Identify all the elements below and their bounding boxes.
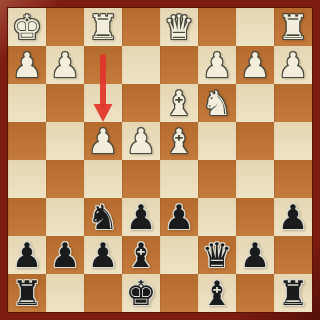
black-pawn-f7[interactable]: ♟: [88, 236, 118, 274]
square-c2[interactable]: ♟: [198, 46, 236, 84]
square-g8[interactable]: [46, 274, 84, 312]
square-g1[interactable]: [46, 8, 84, 46]
black-pawn-b7[interactable]: ♟: [240, 236, 270, 274]
square-g6[interactable]: [46, 198, 84, 236]
square-d8[interactable]: [160, 274, 198, 312]
white-bishop-d3[interactable]: ♝: [164, 84, 194, 122]
square-g2[interactable]: ♟: [46, 46, 84, 84]
white-queen-d1[interactable]: ♛: [164, 8, 194, 46]
square-g4[interactable]: [46, 122, 84, 160]
square-h2[interactable]: ♟: [8, 46, 46, 84]
square-h1[interactable]: ♚: [8, 8, 46, 46]
square-d2[interactable]: [160, 46, 198, 84]
square-h3[interactable]: [8, 84, 46, 122]
square-d3[interactable]: ♝: [160, 84, 198, 122]
square-f4[interactable]: ♟: [84, 122, 122, 160]
square-h8[interactable]: ♜: [8, 274, 46, 312]
board-frame: ♚♜♛♜♟♟♟♟♟♝♞♟♟♝♞♟♟♟♟♟♟♝♛♟♜♚♝♜: [0, 0, 320, 320]
square-a2[interactable]: ♟: [274, 46, 312, 84]
black-pawn-d6[interactable]: ♟: [164, 198, 194, 236]
square-h5[interactable]: [8, 160, 46, 198]
square-a3[interactable]: [274, 84, 312, 122]
white-pawn-h2[interactable]: ♟: [12, 46, 42, 84]
square-b6[interactable]: [236, 198, 274, 236]
white-pawn-a2[interactable]: ♟: [278, 46, 308, 84]
square-e1[interactable]: [122, 8, 160, 46]
square-f8[interactable]: [84, 274, 122, 312]
square-b4[interactable]: [236, 122, 274, 160]
square-c4[interactable]: [198, 122, 236, 160]
black-pawn-g7[interactable]: ♟: [50, 236, 80, 274]
square-e7[interactable]: ♝: [122, 236, 160, 274]
square-h6[interactable]: [8, 198, 46, 236]
square-e5[interactable]: [122, 160, 160, 198]
white-king-h1[interactable]: ♚: [12, 8, 42, 46]
square-a5[interactable]: [274, 160, 312, 198]
white-bishop-d4[interactable]: ♝: [164, 122, 194, 160]
square-a4[interactable]: [274, 122, 312, 160]
black-pawn-a6[interactable]: ♟: [278, 198, 308, 236]
white-pawn-c2[interactable]: ♟: [202, 46, 232, 84]
white-pawn-e4[interactable]: ♟: [126, 122, 156, 160]
square-b5[interactable]: [236, 160, 274, 198]
square-b8[interactable]: [236, 274, 274, 312]
square-b7[interactable]: ♟: [236, 236, 274, 274]
black-queen-c7[interactable]: ♛: [202, 236, 232, 274]
square-c3[interactable]: ♞: [198, 84, 236, 122]
square-e6[interactable]: ♟: [122, 198, 160, 236]
black-king-e8[interactable]: ♚: [126, 274, 156, 312]
square-f6[interactable]: ♞: [84, 198, 122, 236]
square-b1[interactable]: [236, 8, 274, 46]
square-f3[interactable]: [84, 84, 122, 122]
square-d4[interactable]: ♝: [160, 122, 198, 160]
black-bishop-c8[interactable]: ♝: [202, 274, 232, 312]
white-knight-c3[interactable]: ♞: [202, 84, 232, 122]
square-h4[interactable]: [8, 122, 46, 160]
square-g7[interactable]: ♟: [46, 236, 84, 274]
white-rook-a1[interactable]: ♜: [278, 8, 308, 46]
square-d5[interactable]: [160, 160, 198, 198]
square-f5[interactable]: [84, 160, 122, 198]
square-g3[interactable]: [46, 84, 84, 122]
black-rook-h8[interactable]: ♜: [12, 274, 42, 312]
chess-board: ♚♜♛♜♟♟♟♟♟♝♞♟♟♝♞♟♟♟♟♟♟♝♛♟♜♚♝♜: [8, 8, 312, 312]
square-e3[interactable]: [122, 84, 160, 122]
square-f1[interactable]: ♜: [84, 8, 122, 46]
square-d1[interactable]: ♛: [160, 8, 198, 46]
square-c5[interactable]: [198, 160, 236, 198]
square-c8[interactable]: ♝: [198, 274, 236, 312]
black-knight-f6[interactable]: ♞: [88, 198, 118, 236]
white-pawn-g2[interactable]: ♟: [50, 46, 80, 84]
black-pawn-e6[interactable]: ♟: [126, 198, 156, 236]
white-pawn-f4[interactable]: ♟: [88, 122, 118, 160]
square-e4[interactable]: ♟: [122, 122, 160, 160]
black-bishop-e7[interactable]: ♝: [126, 236, 156, 274]
square-b2[interactable]: ♟: [236, 46, 274, 84]
square-e8[interactable]: ♚: [122, 274, 160, 312]
square-c6[interactable]: [198, 198, 236, 236]
square-d7[interactable]: [160, 236, 198, 274]
white-rook-f1[interactable]: ♜: [88, 8, 118, 46]
square-a1[interactable]: ♜: [274, 8, 312, 46]
square-a8[interactable]: ♜: [274, 274, 312, 312]
square-c1[interactable]: [198, 8, 236, 46]
square-a7[interactable]: [274, 236, 312, 274]
square-h7[interactable]: ♟: [8, 236, 46, 274]
black-pawn-h7[interactable]: ♟: [12, 236, 42, 274]
square-a6[interactable]: ♟: [274, 198, 312, 236]
square-e2[interactable]: [122, 46, 160, 84]
black-rook-a8[interactable]: ♜: [278, 274, 308, 312]
square-f7[interactable]: ♟: [84, 236, 122, 274]
white-pawn-b2[interactable]: ♟: [240, 46, 270, 84]
square-c7[interactable]: ♛: [198, 236, 236, 274]
square-g5[interactable]: [46, 160, 84, 198]
square-d6[interactable]: ♟: [160, 198, 198, 236]
square-f2[interactable]: [84, 46, 122, 84]
square-b3[interactable]: [236, 84, 274, 122]
